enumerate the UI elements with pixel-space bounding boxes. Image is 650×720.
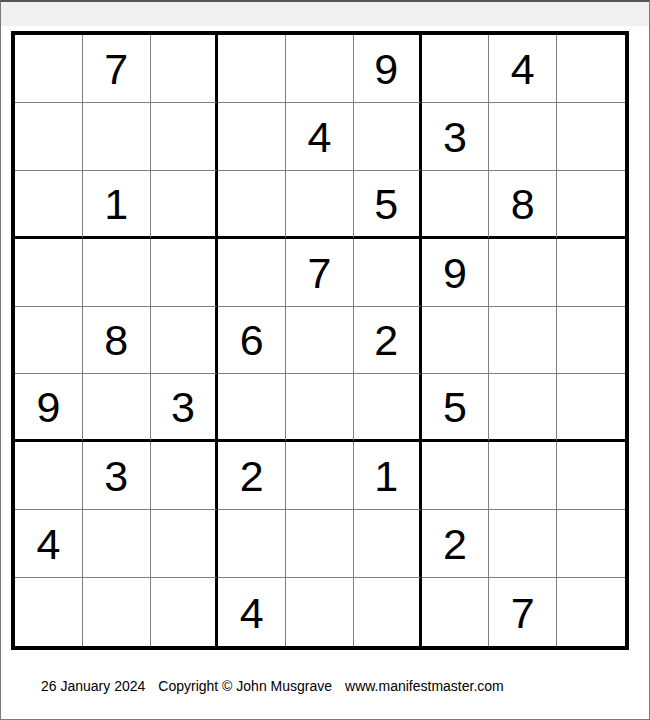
sudoku-cell-r4c5[interactable]: 7 bbox=[286, 239, 354, 307]
sudoku-cell-r7c7[interactable] bbox=[422, 442, 490, 510]
sudoku-cell-r8c2[interactable] bbox=[83, 510, 151, 578]
sudoku-cell-r2c4[interactable] bbox=[218, 103, 286, 171]
sudoku-cell-r4c7[interactable]: 9 bbox=[422, 239, 490, 307]
sudoku-cell-r4c2[interactable] bbox=[83, 239, 151, 307]
sudoku-cell-r9c6[interactable] bbox=[354, 578, 422, 646]
sudoku-cell-r6c2[interactable] bbox=[83, 374, 151, 442]
sudoku-cell-r2c9[interactable] bbox=[557, 103, 625, 171]
sudoku-cell-r5c5[interactable] bbox=[286, 307, 354, 375]
top-strip bbox=[1, 2, 649, 26]
sudoku-cell-r1c5[interactable] bbox=[286, 35, 354, 103]
sudoku-cell-r2c1[interactable] bbox=[15, 103, 83, 171]
sudoku-cell-r3c8[interactable]: 8 bbox=[489, 171, 557, 239]
sudoku-cell-r1c1[interactable] bbox=[15, 35, 83, 103]
sudoku-cell-r7c3[interactable] bbox=[151, 442, 219, 510]
sudoku-cell-r1c6[interactable]: 9 bbox=[354, 35, 422, 103]
sudoku-cell-r7c1[interactable] bbox=[15, 442, 83, 510]
sudoku-cell-r3c3[interactable] bbox=[151, 171, 219, 239]
sudoku-cell-r9c1[interactable] bbox=[15, 578, 83, 646]
footer-copyright: Copyright © John Musgrave bbox=[158, 678, 332, 694]
sudoku-cell-r3c7[interactable] bbox=[422, 171, 490, 239]
sudoku-cell-r5c8[interactable] bbox=[489, 307, 557, 375]
sudoku-cell-r8c3[interactable] bbox=[151, 510, 219, 578]
sudoku-cell-r9c7[interactable] bbox=[422, 578, 490, 646]
sudoku-cell-r8c7[interactable]: 2 bbox=[422, 510, 490, 578]
sudoku-cell-r6c8[interactable] bbox=[489, 374, 557, 442]
sudoku-cell-r2c5[interactable]: 4 bbox=[286, 103, 354, 171]
sudoku-cell-r3c6[interactable]: 5 bbox=[354, 171, 422, 239]
sudoku-cell-r1c9[interactable] bbox=[557, 35, 625, 103]
sudoku-cell-r2c3[interactable] bbox=[151, 103, 219, 171]
sudoku-cell-r3c4[interactable] bbox=[218, 171, 286, 239]
sudoku-cell-r5c7[interactable] bbox=[422, 307, 490, 375]
sudoku-cell-r6c1[interactable]: 9 bbox=[15, 374, 83, 442]
sudoku-cell-r9c5[interactable] bbox=[286, 578, 354, 646]
sudoku-cell-r8c4[interactable] bbox=[218, 510, 286, 578]
sudoku-cell-r9c9[interactable] bbox=[557, 578, 625, 646]
sudoku-cell-r6c3[interactable]: 3 bbox=[151, 374, 219, 442]
footer-date: 26 January 2024 bbox=[41, 678, 145, 694]
sudoku-cell-r9c2[interactable] bbox=[83, 578, 151, 646]
sudoku-cell-r5c3[interactable] bbox=[151, 307, 219, 375]
sudoku-cell-r3c1[interactable] bbox=[15, 171, 83, 239]
sudoku-cell-r1c2[interactable]: 7 bbox=[83, 35, 151, 103]
sudoku-cell-r7c9[interactable] bbox=[557, 442, 625, 510]
sudoku-cell-r8c8[interactable] bbox=[489, 510, 557, 578]
sudoku-cell-r6c9[interactable] bbox=[557, 374, 625, 442]
sudoku-cell-r8c9[interactable] bbox=[557, 510, 625, 578]
sudoku-cell-r1c4[interactable] bbox=[218, 35, 286, 103]
sudoku-cell-r9c3[interactable] bbox=[151, 578, 219, 646]
sudoku-cell-r5c6[interactable]: 2 bbox=[354, 307, 422, 375]
sudoku-cell-r5c4[interactable]: 6 bbox=[218, 307, 286, 375]
sudoku-cell-r7c4[interactable]: 2 bbox=[218, 442, 286, 510]
sudoku-cell-r9c4[interactable]: 4 bbox=[218, 578, 286, 646]
sudoku-cell-r8c1[interactable]: 4 bbox=[15, 510, 83, 578]
sudoku-cell-r8c5[interactable] bbox=[286, 510, 354, 578]
sudoku-cell-r8c6[interactable] bbox=[354, 510, 422, 578]
sudoku-cell-r7c6[interactable]: 1 bbox=[354, 442, 422, 510]
sudoku-cell-r6c6[interactable] bbox=[354, 374, 422, 442]
sudoku-cell-r4c6[interactable] bbox=[354, 239, 422, 307]
sudoku-cell-r5c9[interactable] bbox=[557, 307, 625, 375]
sudoku-cell-r6c7[interactable]: 5 bbox=[422, 374, 490, 442]
sudoku-cell-r5c2[interactable]: 8 bbox=[83, 307, 151, 375]
sudoku-board: 79443158798629353214247 bbox=[11, 31, 629, 650]
sudoku-cell-r4c3[interactable] bbox=[151, 239, 219, 307]
sudoku-cell-r3c2[interactable]: 1 bbox=[83, 171, 151, 239]
sudoku-cell-r2c6[interactable] bbox=[354, 103, 422, 171]
sudoku-cell-r2c7[interactable]: 3 bbox=[422, 103, 490, 171]
sudoku-cell-r3c5[interactable] bbox=[286, 171, 354, 239]
sudoku-cell-r1c3[interactable] bbox=[151, 35, 219, 103]
sudoku-cell-r4c8[interactable] bbox=[489, 239, 557, 307]
sudoku-cell-r5c1[interactable] bbox=[15, 307, 83, 375]
sudoku-cell-r1c7[interactable] bbox=[422, 35, 490, 103]
footer-website: www.manifestmaster.com bbox=[345, 678, 504, 694]
sudoku-cell-r6c5[interactable] bbox=[286, 374, 354, 442]
footer: 26 January 2024 Copyright © John Musgrav… bbox=[41, 678, 504, 694]
sudoku-cell-r4c4[interactable] bbox=[218, 239, 286, 307]
sudoku-cell-r1c8[interactable]: 4 bbox=[489, 35, 557, 103]
sudoku-cell-r4c9[interactable] bbox=[557, 239, 625, 307]
sudoku-cell-r4c1[interactable] bbox=[15, 239, 83, 307]
sudoku-cell-r2c8[interactable] bbox=[489, 103, 557, 171]
sudoku-cell-r2c2[interactable] bbox=[83, 103, 151, 171]
sudoku-cell-r7c8[interactable] bbox=[489, 442, 557, 510]
sudoku-cell-r3c9[interactable] bbox=[557, 171, 625, 239]
sudoku-cell-r9c8[interactable]: 7 bbox=[489, 578, 557, 646]
sudoku-cell-r6c4[interactable] bbox=[218, 374, 286, 442]
sudoku-cell-r7c2[interactable]: 3 bbox=[83, 442, 151, 510]
page: 79443158798629353214247 26 January 2024 … bbox=[0, 0, 650, 720]
sudoku-cell-r7c5[interactable] bbox=[286, 442, 354, 510]
